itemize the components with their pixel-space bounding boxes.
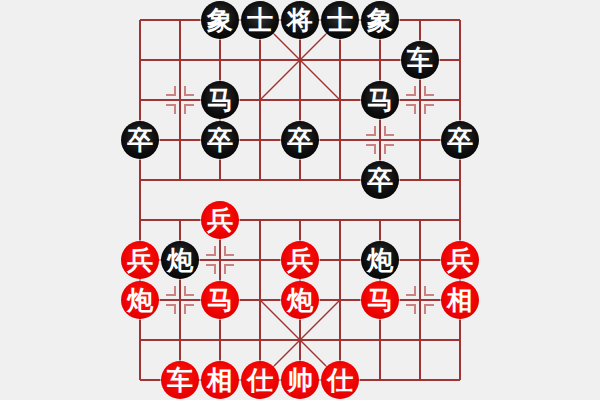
piece-red-chariot[interactable]: 车	[161, 361, 199, 399]
piece-red-horse[interactable]: 马	[361, 281, 399, 319]
piece-black-soldier[interactable]: 卒	[441, 121, 479, 159]
piece-black-soldier[interactable]: 卒	[361, 161, 399, 199]
xiangqi-board: 象士将士象车马马卒卒卒卒卒兵兵炮兵炮兵炮马炮马相车相仕帅仕	[0, 0, 600, 400]
piece-red-soldier[interactable]: 兵	[441, 241, 479, 279]
piece-red-soldier[interactable]: 兵	[121, 241, 159, 279]
piece-black-horse[interactable]: 马	[201, 81, 239, 119]
piece-black-chariot[interactable]: 车	[401, 41, 439, 79]
piece-black-soldier[interactable]: 卒	[121, 121, 159, 159]
piece-black-elephant[interactable]: 象	[201, 1, 239, 39]
piece-black-soldier[interactable]: 卒	[201, 121, 239, 159]
piece-black-advisor[interactable]: 士	[321, 1, 359, 39]
piece-red-cannon[interactable]: 炮	[121, 281, 159, 319]
piece-black-advisor[interactable]: 士	[241, 1, 279, 39]
piece-black-elephant[interactable]: 象	[361, 1, 399, 39]
piece-black-horse[interactable]: 马	[361, 81, 399, 119]
piece-red-horse[interactable]: 马	[201, 281, 239, 319]
piece-red-elephant[interactable]: 相	[441, 281, 479, 319]
piece-red-advisor[interactable]: 仕	[321, 361, 359, 399]
piece-red-soldier[interactable]: 兵	[201, 201, 239, 239]
piece-red-elephant[interactable]: 相	[201, 361, 239, 399]
piece-red-general[interactable]: 帅	[281, 361, 319, 399]
piece-black-cannon[interactable]: 炮	[361, 241, 399, 279]
piece-grid: 象士将士象车马马卒卒卒卒卒兵兵炮兵炮兵炮马炮马相车相仕帅仕	[120, 0, 480, 400]
piece-black-cannon[interactable]: 炮	[161, 241, 199, 279]
piece-red-cannon[interactable]: 炮	[281, 281, 319, 319]
piece-red-advisor[interactable]: 仕	[241, 361, 279, 399]
piece-black-soldier[interactable]: 卒	[281, 121, 319, 159]
piece-red-soldier[interactable]: 兵	[281, 241, 319, 279]
piece-black-general[interactable]: 将	[281, 1, 319, 39]
